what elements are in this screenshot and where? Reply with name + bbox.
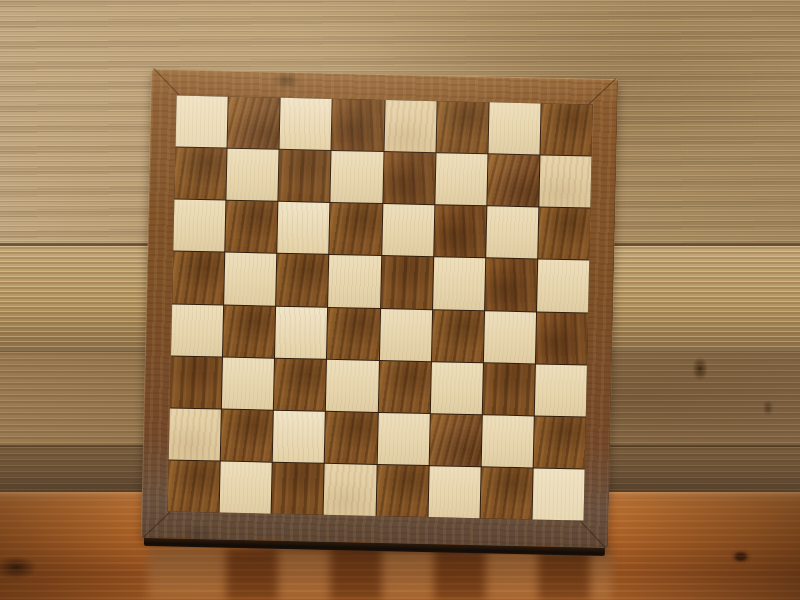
square-f5[interactable] [433, 258, 485, 310]
square-g2[interactable] [481, 415, 533, 467]
square-a2[interactable] [169, 408, 221, 460]
square-c5[interactable] [276, 254, 328, 306]
square-b5[interactable] [224, 253, 276, 305]
square-g6[interactable] [486, 207, 538, 259]
square-d7[interactable] [331, 151, 383, 203]
square-a4[interactable] [171, 304, 223, 356]
square-b3[interactable] [222, 357, 274, 409]
chessboard [141, 69, 618, 556]
square-b2[interactable] [221, 409, 273, 461]
square-b7[interactable] [227, 149, 279, 201]
square-c6[interactable] [278, 202, 330, 254]
square-f7[interactable] [435, 153, 487, 205]
square-f6[interactable] [434, 205, 486, 257]
square-d1[interactable] [324, 464, 376, 516]
square-f8[interactable] [436, 101, 488, 153]
square-g3[interactable] [483, 363, 535, 415]
board-grid [168, 96, 593, 521]
square-c8[interactable] [280, 98, 332, 150]
square-h5[interactable] [537, 260, 589, 312]
square-d4[interactable] [327, 307, 379, 359]
square-h7[interactable] [539, 156, 591, 208]
square-a3[interactable] [170, 356, 222, 408]
square-g4[interactable] [484, 311, 536, 363]
square-e2[interactable] [377, 413, 429, 465]
square-c7[interactable] [279, 150, 331, 202]
square-a5[interactable] [172, 252, 224, 304]
square-d2[interactable] [325, 412, 377, 464]
square-c1[interactable] [272, 463, 324, 515]
square-e8[interactable] [384, 100, 436, 152]
square-f2[interactable] [429, 414, 481, 466]
square-a6[interactable] [173, 200, 225, 252]
square-f3[interactable] [430, 362, 482, 414]
square-f1[interactable] [428, 466, 480, 518]
square-a1[interactable] [168, 460, 220, 512]
square-d3[interactable] [326, 359, 378, 411]
square-e1[interactable] [376, 465, 428, 517]
board-reflection [148, 549, 612, 600]
scene [0, 0, 800, 600]
frame-mitre-joint [580, 520, 606, 547]
square-g8[interactable] [488, 102, 540, 154]
frame-mitre-joint [143, 512, 170, 538]
square-b1[interactable] [220, 461, 272, 513]
square-b4[interactable] [223, 305, 275, 357]
frame-mitre-joint [589, 78, 616, 104]
square-b8[interactable] [228, 97, 280, 149]
square-a7[interactable] [174, 148, 226, 200]
square-b6[interactable] [225, 201, 277, 253]
square-h6[interactable] [538, 208, 590, 260]
square-h1[interactable] [532, 468, 584, 520]
board-frame [141, 69, 618, 548]
square-h2[interactable] [534, 416, 586, 468]
square-a8[interactable] [176, 96, 228, 148]
square-h3[interactable] [535, 364, 587, 416]
square-d5[interactable] [328, 255, 380, 307]
square-e7[interactable] [383, 152, 435, 204]
square-e5[interactable] [381, 256, 433, 308]
square-d6[interactable] [330, 203, 382, 255]
square-h4[interactable] [536, 312, 588, 364]
square-d8[interactable] [332, 99, 384, 151]
square-c2[interactable] [273, 410, 325, 462]
square-e3[interactable] [378, 361, 430, 413]
square-c3[interactable] [274, 358, 326, 410]
square-h8[interactable] [540, 103, 592, 155]
square-e6[interactable] [382, 204, 434, 256]
square-g7[interactable] [487, 154, 539, 206]
frame-mitre-joint [153, 68, 179, 95]
square-g1[interactable] [480, 467, 532, 519]
square-g5[interactable] [485, 259, 537, 311]
square-f4[interactable] [432, 310, 484, 362]
square-e4[interactable] [379, 309, 431, 361]
square-c4[interactable] [275, 306, 327, 358]
